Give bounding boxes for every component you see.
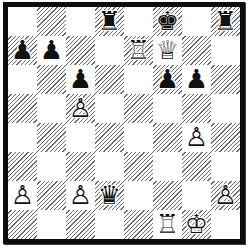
square-d4[interactable] <box>95 123 124 152</box>
square-f4[interactable] <box>153 123 182 152</box>
square-b7[interactable]: ♟ <box>37 36 66 65</box>
square-e8[interactable] <box>124 7 153 36</box>
piece-black-queen: ♛ <box>98 181 121 210</box>
square-d2[interactable]: ♛ <box>95 181 124 210</box>
square-f1[interactable]: ♖ <box>153 210 182 239</box>
piece-black-pawn: ♟ <box>69 65 92 94</box>
square-g6[interactable]: ♟ <box>182 65 211 94</box>
square-c6[interactable]: ♟ <box>66 65 95 94</box>
square-f5[interactable] <box>153 94 182 123</box>
square-b6[interactable] <box>37 65 66 94</box>
square-b5[interactable] <box>37 94 66 123</box>
square-f6[interactable]: ♟ <box>153 65 182 94</box>
square-c5[interactable]: ♙ <box>66 94 95 123</box>
piece-white-pawn: ♙ <box>11 181 34 210</box>
square-a5[interactable] <box>8 94 37 123</box>
square-a1[interactable] <box>8 210 37 239</box>
piece-black-pawn: ♟ <box>11 36 34 65</box>
square-e2[interactable] <box>124 181 153 210</box>
square-h4[interactable] <box>211 123 240 152</box>
piece-black-rook: ♜ <box>98 7 121 36</box>
square-c2[interactable]: ♙ <box>66 181 95 210</box>
square-a4[interactable] <box>8 123 37 152</box>
square-d1[interactable] <box>95 210 124 239</box>
square-d3[interactable] <box>95 152 124 181</box>
square-a7[interactable]: ♟ <box>8 36 37 65</box>
square-c3[interactable] <box>66 152 95 181</box>
square-c8[interactable] <box>66 7 95 36</box>
square-b3[interactable] <box>37 152 66 181</box>
square-e5[interactable] <box>124 94 153 123</box>
piece-white-pawn: ♙ <box>69 181 92 210</box>
square-a3[interactable] <box>8 152 37 181</box>
square-f8[interactable]: ♚ <box>153 7 182 36</box>
square-e6[interactable] <box>124 65 153 94</box>
square-f3[interactable] <box>153 152 182 181</box>
square-g1[interactable]: ♔ <box>182 210 211 239</box>
square-g2[interactable] <box>182 181 211 210</box>
square-c1[interactable] <box>66 210 95 239</box>
piece-black-pawn: ♟ <box>40 36 63 65</box>
square-e1[interactable] <box>124 210 153 239</box>
square-g3[interactable] <box>182 152 211 181</box>
square-g4[interactable]: ♙ <box>182 123 211 152</box>
square-e7[interactable]: ♖ <box>124 36 153 65</box>
square-d7[interactable] <box>95 36 124 65</box>
piece-black-pawn: ♟ <box>156 65 179 94</box>
piece-white-rook: ♖ <box>156 210 179 239</box>
square-a8[interactable] <box>8 7 37 36</box>
square-f7[interactable]: ♕ <box>153 36 182 65</box>
square-e4[interactable] <box>124 123 153 152</box>
piece-white-pawn: ♙ <box>214 181 237 210</box>
piece-white-pawn: ♙ <box>69 94 92 123</box>
piece-white-pawn: ♙ <box>185 123 208 152</box>
square-h2[interactable]: ♙ <box>211 181 240 210</box>
square-h3[interactable] <box>211 152 240 181</box>
square-h8[interactable]: ♜ <box>211 7 240 36</box>
square-a6[interactable] <box>8 65 37 94</box>
square-h1[interactable] <box>211 210 240 239</box>
square-c7[interactable] <box>66 36 95 65</box>
chess-board: ♜♚♜♟♟♖♕♟♟♟♙♙♙♙♛♙♖♔ <box>8 7 240 239</box>
piece-black-rook: ♜ <box>214 7 237 36</box>
square-h5[interactable] <box>211 94 240 123</box>
piece-black-pawn: ♟ <box>185 65 208 94</box>
square-h6[interactable] <box>211 65 240 94</box>
piece-white-queen: ♕ <box>156 36 179 65</box>
square-f2[interactable] <box>153 181 182 210</box>
piece-black-king: ♚ <box>156 7 179 36</box>
square-d5[interactable] <box>95 94 124 123</box>
piece-white-king: ♔ <box>185 210 208 239</box>
square-b2[interactable] <box>37 181 66 210</box>
square-h7[interactable] <box>211 36 240 65</box>
square-a2[interactable]: ♙ <box>8 181 37 210</box>
square-b8[interactable] <box>37 7 66 36</box>
square-d8[interactable]: ♜ <box>95 7 124 36</box>
square-c4[interactable] <box>66 123 95 152</box>
square-g8[interactable] <box>182 7 211 36</box>
square-g7[interactable] <box>182 36 211 65</box>
board-frame: ♜♚♜♟♟♖♕♟♟♟♙♙♙♙♛♙♖♔ <box>3 2 245 244</box>
square-d6[interactable] <box>95 65 124 94</box>
square-g5[interactable] <box>182 94 211 123</box>
square-b4[interactable] <box>37 123 66 152</box>
square-e3[interactable] <box>124 152 153 181</box>
piece-white-rook: ♖ <box>127 36 150 65</box>
square-b1[interactable] <box>37 210 66 239</box>
